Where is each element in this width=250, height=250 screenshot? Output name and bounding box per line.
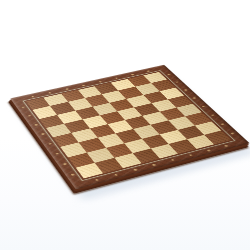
chess-board — [10, 65, 250, 190]
frame-dot — [230, 133, 234, 135]
frame-dot — [147, 70, 150, 71]
frame-dot — [175, 81, 178, 83]
frame-dot — [99, 81, 102, 83]
frame-dot — [41, 133, 44, 135]
frame-dot — [95, 179, 99, 181]
frame-dot — [189, 154, 193, 156]
frame-dot — [171, 159, 175, 161]
frame-dot — [211, 114, 215, 116]
frame-dot — [55, 153, 59, 155]
frame-dot — [28, 115, 31, 117]
frame-dot — [220, 123, 224, 125]
frame-dot — [192, 97, 195, 99]
frame-dot — [34, 124, 37, 126]
frame-dot — [184, 89, 187, 91]
frame-dot — [133, 169, 137, 171]
frame-dot — [48, 143, 52, 145]
frame-dot — [207, 149, 211, 151]
frame-dot — [71, 174, 75, 176]
frame-dot — [115, 77, 118, 79]
frame-dot — [201, 106, 204, 108]
frame-dot — [167, 74, 170, 75]
product-photo-stage — [0, 0, 250, 250]
frame-dot — [31, 96, 34, 98]
frame-dot — [152, 164, 156, 166]
frame-dot — [65, 88, 68, 90]
frame-dot — [82, 84, 85, 86]
frame-dot — [114, 174, 118, 176]
frame-dot — [224, 145, 228, 147]
frame-dot — [131, 74, 134, 75]
frame-dot — [48, 92, 51, 94]
frame-dot — [21, 106, 24, 108]
frame-dot — [63, 163, 67, 165]
